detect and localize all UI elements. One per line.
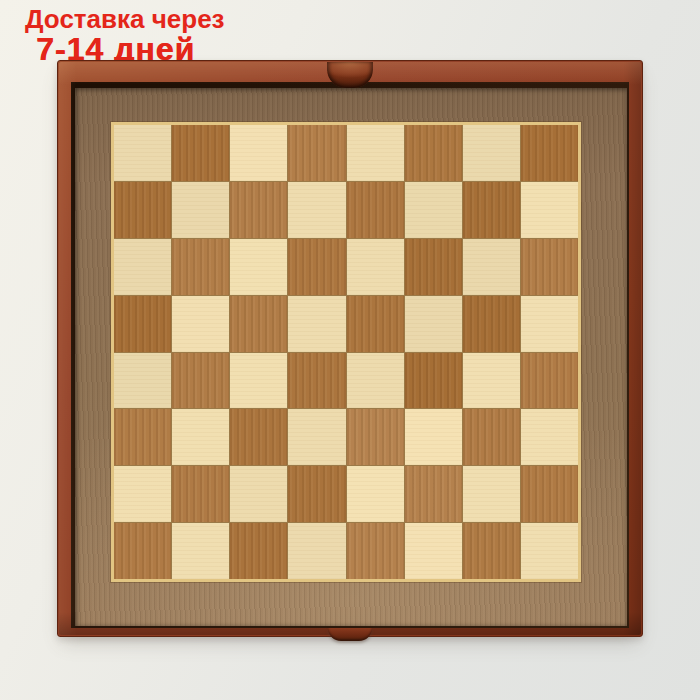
square-g5 [463, 296, 520, 352]
square-d1 [288, 523, 345, 579]
finger-notch-bottom [328, 628, 372, 641]
square-e6 [347, 239, 404, 295]
square-f7 [405, 182, 462, 238]
square-f1 [405, 523, 462, 579]
square-c5 [230, 296, 287, 352]
square-a1 [114, 523, 171, 579]
square-h5 [521, 296, 578, 352]
square-b2 [172, 466, 229, 522]
square-g6 [463, 239, 520, 295]
square-h3 [521, 409, 578, 465]
square-f6 [405, 239, 462, 295]
square-b5 [172, 296, 229, 352]
board-recess [71, 82, 629, 628]
square-f8 [405, 125, 462, 181]
square-c1 [230, 523, 287, 579]
square-c2 [230, 466, 287, 522]
square-e4 [347, 353, 404, 409]
square-c6 [230, 239, 287, 295]
board-frame [75, 88, 627, 626]
square-h6 [521, 239, 578, 295]
square-a2 [114, 466, 171, 522]
square-g4 [463, 353, 520, 409]
square-b7 [172, 182, 229, 238]
square-c7 [230, 182, 287, 238]
square-d5 [288, 296, 345, 352]
square-d8 [288, 125, 345, 181]
square-h4 [521, 353, 578, 409]
square-f2 [405, 466, 462, 522]
board-field [114, 125, 578, 579]
square-b6 [172, 239, 229, 295]
square-a3 [114, 409, 171, 465]
square-f4 [405, 353, 462, 409]
square-d4 [288, 353, 345, 409]
board-inlay-border [111, 122, 581, 582]
square-b8 [172, 125, 229, 181]
square-e5 [347, 296, 404, 352]
square-e8 [347, 125, 404, 181]
square-c3 [230, 409, 287, 465]
square-h2 [521, 466, 578, 522]
square-c4 [230, 353, 287, 409]
square-h1 [521, 523, 578, 579]
chess-box [57, 60, 643, 637]
square-d3 [288, 409, 345, 465]
square-g2 [463, 466, 520, 522]
square-a7 [114, 182, 171, 238]
delivery-banner: Доставка через 7-14 дней [25, 6, 225, 65]
square-a6 [114, 239, 171, 295]
square-f3 [405, 409, 462, 465]
square-e1 [347, 523, 404, 579]
square-a4 [114, 353, 171, 409]
square-a8 [114, 125, 171, 181]
square-e2 [347, 466, 404, 522]
square-a5 [114, 296, 171, 352]
square-d6 [288, 239, 345, 295]
square-d2 [288, 466, 345, 522]
square-b4 [172, 353, 229, 409]
square-c8 [230, 125, 287, 181]
square-e3 [347, 409, 404, 465]
square-h7 [521, 182, 578, 238]
square-g8 [463, 125, 520, 181]
square-g7 [463, 182, 520, 238]
square-b1 [172, 523, 229, 579]
square-h8 [521, 125, 578, 181]
square-g1 [463, 523, 520, 579]
square-d7 [288, 182, 345, 238]
square-e7 [347, 182, 404, 238]
square-g3 [463, 409, 520, 465]
square-b3 [172, 409, 229, 465]
square-f5 [405, 296, 462, 352]
page-background: { "game": "chess", "position": { "fen": … [0, 0, 700, 700]
delivery-banner-line1: Доставка через [25, 6, 225, 32]
